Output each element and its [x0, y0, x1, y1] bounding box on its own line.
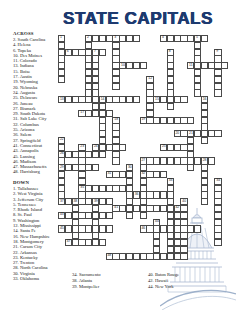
grid-cell[interactable]	[58, 157, 65, 164]
grid-cell[interactable]	[208, 157, 215, 164]
clue-number: 35	[80, 186, 84, 189]
grid-cell[interactable]	[72, 205, 79, 212]
clue-number: 18	[114, 118, 118, 121]
clue-number: 4	[162, 36, 164, 39]
grid-cell[interactable]	[194, 225, 201, 232]
clue-number: 44	[155, 220, 159, 223]
grid-cell[interactable]	[187, 117, 194, 124]
clue-number: 34	[216, 179, 220, 182]
down-clue: 39. Montpelier	[72, 284, 142, 290]
clue-number: 13	[60, 98, 64, 101]
clue-number: 28	[203, 159, 207, 162]
worksheet-page: STATE CAPITALS ACROSS 2. South Carolina4…	[0, 0, 236, 314]
grid-cell[interactable]	[92, 232, 99, 239]
grid-cell[interactable]	[92, 89, 99, 96]
grid-cell[interactable]	[119, 144, 126, 151]
grid-cell[interactable]	[92, 219, 99, 226]
clue-number: 46	[141, 227, 145, 230]
grid-cell[interactable]	[187, 151, 194, 158]
clue-number: 9	[216, 50, 218, 53]
clue-number: 26	[60, 152, 64, 155]
clue-number: 6	[67, 50, 69, 53]
clue-number: 1	[60, 36, 62, 39]
grid-cell[interactable]	[78, 191, 85, 198]
clue-number: 3	[114, 36, 116, 39]
grid-cell[interactable]	[58, 76, 65, 83]
clue-number: 31	[107, 172, 111, 175]
grid-cell[interactable]	[187, 137, 194, 144]
grid-cell[interactable]	[112, 137, 119, 144]
grid-cell[interactable]	[194, 55, 201, 62]
grid-cell[interactable]	[153, 246, 160, 253]
grid-cell[interactable]	[78, 157, 85, 164]
grid-cell[interactable]	[140, 62, 147, 69]
clue-number: 21	[189, 132, 193, 135]
grid-cell[interactable]	[99, 151, 106, 158]
grid-cell[interactable]	[133, 35, 140, 42]
clue-number: 7	[94, 50, 96, 53]
clue-number: 19	[141, 118, 145, 121]
grid-cell[interactable]	[126, 212, 133, 219]
across-clue: 48. Harrisburg	[13, 169, 59, 174]
down-clue: 33. Oklahoma	[13, 276, 61, 281]
page-title: STATE CAPITALS	[40, 9, 236, 29]
grid-cell[interactable]	[201, 137, 208, 144]
grid-cell[interactable]	[72, 219, 79, 226]
grid-cell[interactable]	[174, 246, 181, 253]
clue-number: 16	[203, 98, 207, 101]
clue-number: 22	[60, 138, 64, 141]
clue-number: 47	[67, 240, 71, 243]
grid-cell[interactable]	[72, 232, 79, 239]
grid-cell[interactable]	[201, 198, 208, 205]
grid-cell[interactable]	[146, 110, 153, 117]
grid-cell[interactable]	[167, 89, 174, 96]
grid-cell[interactable]	[180, 219, 187, 226]
grid-cell[interactable]	[167, 103, 174, 110]
clue-number: 2	[87, 36, 89, 39]
clue-number: 23	[80, 145, 84, 148]
clue-number: 33	[169, 179, 173, 182]
down-clue: 44. New York	[148, 284, 208, 290]
grid-cell[interactable]	[140, 198, 147, 205]
clue-number: 39	[94, 200, 98, 203]
clue-number: 15	[155, 98, 159, 101]
grid-cell[interactable]	[78, 178, 85, 185]
grid-cell[interactable]	[126, 198, 133, 205]
grid-cell[interactable]: 30	[126, 164, 133, 171]
grid-cell[interactable]	[58, 144, 65, 151]
grid-cell[interactable]	[99, 49, 106, 56]
clue-number: 12	[148, 77, 152, 80]
down-clues-bottom-right: 40. Baton Rouge42. Hawaii44. New York	[148, 272, 208, 290]
down-clue-list: 1. Tallahassee2. West Virginia3. Jeffers…	[13, 186, 61, 281]
grid-cell[interactable]	[214, 239, 221, 246]
grid-cell[interactable]	[106, 225, 113, 232]
grid-cell[interactable]	[133, 96, 140, 103]
grid-cell[interactable]	[174, 219, 181, 226]
grid-cell[interactable]	[214, 89, 221, 96]
grid-cell[interactable]	[140, 185, 147, 192]
across-clue-list: 2. South Carolina4. Helena6. Topeka10. D…	[13, 37, 59, 175]
clue-number: 5	[196, 36, 198, 39]
clue-number: 32	[141, 172, 145, 175]
grid-cell[interactable]	[180, 96, 187, 103]
grid-cell[interactable]	[112, 83, 119, 90]
grid-cell[interactable]	[214, 55, 221, 62]
grid-cell[interactable]	[201, 123, 208, 130]
grid-cell[interactable]	[92, 164, 99, 171]
clue-number: 24	[94, 145, 98, 148]
grid-cell[interactable]	[187, 164, 194, 171]
clue-number: 40	[182, 200, 186, 203]
clue-number: 10	[121, 64, 125, 67]
down-clues-bottom-left: 34. Sacramento38. Atlanta39. Montpelier	[72, 272, 142, 290]
grid-cell[interactable]	[85, 42, 92, 49]
grid-cell[interactable]: 44	[153, 219, 160, 226]
grid-cell[interactable]: 23	[78, 144, 85, 151]
grid-cell[interactable]	[106, 212, 113, 219]
clue-number: 14	[101, 98, 105, 101]
clue-number: 11	[189, 64, 193, 67]
grid-cell[interactable]	[180, 253, 187, 260]
grid-cell[interactable]	[201, 35, 208, 42]
grid-cell[interactable]	[140, 212, 147, 219]
clue-number: 25	[162, 145, 166, 148]
grid-cell[interactable]	[221, 62, 228, 69]
clue-number: 41	[114, 206, 118, 209]
clue-number: 48	[107, 254, 111, 257]
grid-cell[interactable]	[99, 103, 106, 110]
grid-cell[interactable]	[180, 246, 187, 253]
grid-cell[interactable]	[99, 239, 106, 246]
clue-number: 38	[73, 200, 77, 203]
clue-number: 42	[175, 206, 179, 209]
clue-number: 20	[175, 132, 179, 135]
down-clues-panel: DOWN 1. Tallahassee2. West Virginia3. Je…	[13, 180, 61, 281]
clue-number: 36	[135, 193, 139, 196]
across-clues-panel: ACROSS 2. South Carolina4. Helena6. Tope…	[13, 31, 59, 175]
grid-cell[interactable]	[140, 164, 147, 171]
grid-cell[interactable]	[92, 205, 99, 212]
clue-number: 29	[60, 166, 64, 169]
clue-number: 17	[80, 111, 84, 114]
clue-number: 8	[169, 50, 171, 53]
grid-cell[interactable]	[167, 185, 174, 192]
grid-cell[interactable]	[112, 157, 119, 164]
clue-number: 27	[141, 159, 145, 162]
grid-cell[interactable]	[99, 137, 106, 144]
clue-number: 30	[128, 166, 132, 169]
grid-cell[interactable]	[214, 130, 221, 137]
